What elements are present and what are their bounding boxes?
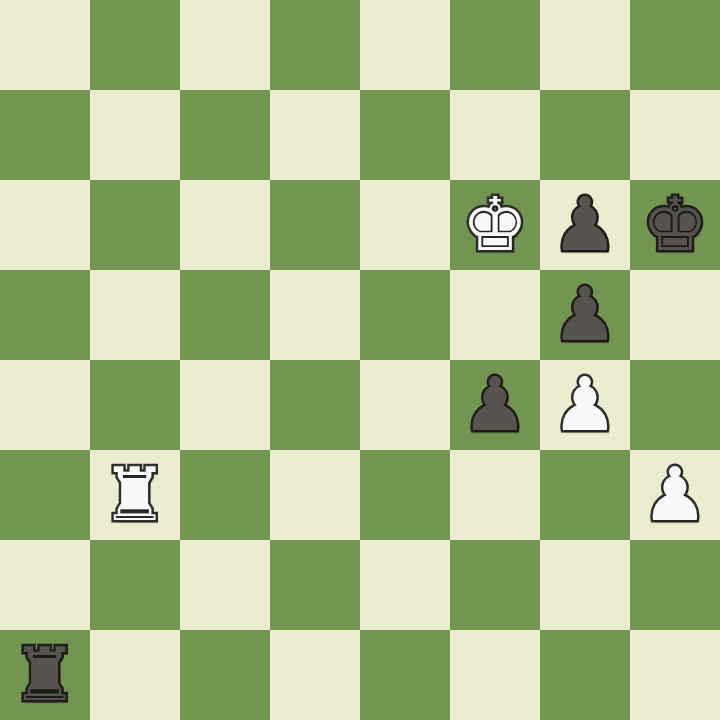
square-a1[interactable]: ♜ bbox=[0, 630, 90, 720]
square-c4[interactable] bbox=[180, 360, 270, 450]
square-a5[interactable] bbox=[0, 270, 90, 360]
square-g7[interactable] bbox=[540, 90, 630, 180]
square-h1[interactable] bbox=[630, 630, 720, 720]
square-h6[interactable]: ♚ bbox=[630, 180, 720, 270]
square-g2[interactable] bbox=[540, 540, 630, 630]
square-d3[interactable] bbox=[270, 450, 360, 540]
square-g3[interactable] bbox=[540, 450, 630, 540]
square-d5[interactable] bbox=[270, 270, 360, 360]
square-e2[interactable] bbox=[360, 540, 450, 630]
square-f1[interactable] bbox=[450, 630, 540, 720]
square-b3[interactable]: ♜ bbox=[90, 450, 180, 540]
square-e6[interactable] bbox=[360, 180, 450, 270]
square-b2[interactable] bbox=[90, 540, 180, 630]
square-c1[interactable] bbox=[180, 630, 270, 720]
square-a8[interactable] bbox=[0, 0, 90, 90]
square-f4[interactable]: ♟ bbox=[450, 360, 540, 450]
square-c6[interactable] bbox=[180, 180, 270, 270]
square-d8[interactable] bbox=[270, 0, 360, 90]
square-f6[interactable]: ♚ bbox=[450, 180, 540, 270]
square-c7[interactable] bbox=[180, 90, 270, 180]
square-d4[interactable] bbox=[270, 360, 360, 450]
square-d6[interactable] bbox=[270, 180, 360, 270]
square-e5[interactable] bbox=[360, 270, 450, 360]
square-a2[interactable] bbox=[0, 540, 90, 630]
square-b4[interactable] bbox=[90, 360, 180, 450]
square-f2[interactable] bbox=[450, 540, 540, 630]
square-f7[interactable] bbox=[450, 90, 540, 180]
square-c3[interactable] bbox=[180, 450, 270, 540]
square-c2[interactable] bbox=[180, 540, 270, 630]
square-b1[interactable] bbox=[90, 630, 180, 720]
square-h3[interactable]: ♟ bbox=[630, 450, 720, 540]
black-king-piece[interactable]: ♚ bbox=[630, 180, 720, 270]
square-d7[interactable] bbox=[270, 90, 360, 180]
square-d2[interactable] bbox=[270, 540, 360, 630]
square-f3[interactable] bbox=[450, 450, 540, 540]
square-b5[interactable] bbox=[90, 270, 180, 360]
square-a7[interactable] bbox=[0, 90, 90, 180]
square-g8[interactable] bbox=[540, 0, 630, 90]
square-h4[interactable] bbox=[630, 360, 720, 450]
black-pawn-piece[interactable]: ♟ bbox=[450, 360, 540, 450]
square-e3[interactable] bbox=[360, 450, 450, 540]
square-h2[interactable] bbox=[630, 540, 720, 630]
square-a3[interactable] bbox=[0, 450, 90, 540]
square-b8[interactable] bbox=[90, 0, 180, 90]
square-h5[interactable] bbox=[630, 270, 720, 360]
square-e4[interactable] bbox=[360, 360, 450, 450]
square-d1[interactable] bbox=[270, 630, 360, 720]
square-b6[interactable] bbox=[90, 180, 180, 270]
square-b7[interactable] bbox=[90, 90, 180, 180]
square-c8[interactable] bbox=[180, 0, 270, 90]
square-f8[interactable] bbox=[450, 0, 540, 90]
black-pawn-piece[interactable]: ♟ bbox=[540, 270, 630, 360]
black-pawn-piece[interactable]: ♟ bbox=[540, 180, 630, 270]
chess-board: ♚♟♚♟♟♟♜♟♜ bbox=[0, 0, 720, 720]
square-e1[interactable] bbox=[360, 630, 450, 720]
white-king-piece[interactable]: ♚ bbox=[450, 180, 540, 270]
square-e8[interactable] bbox=[360, 0, 450, 90]
square-g4[interactable]: ♟ bbox=[540, 360, 630, 450]
square-g6[interactable]: ♟ bbox=[540, 180, 630, 270]
black-rook-piece[interactable]: ♜ bbox=[0, 630, 90, 720]
white-pawn-piece[interactable]: ♟ bbox=[540, 360, 630, 450]
white-pawn-piece[interactable]: ♟ bbox=[630, 450, 720, 540]
square-c5[interactable] bbox=[180, 270, 270, 360]
white-rook-piece[interactable]: ♜ bbox=[90, 450, 180, 540]
square-a4[interactable] bbox=[0, 360, 90, 450]
square-a6[interactable] bbox=[0, 180, 90, 270]
square-e7[interactable] bbox=[360, 90, 450, 180]
square-f5[interactable] bbox=[450, 270, 540, 360]
square-g1[interactable] bbox=[540, 630, 630, 720]
square-h8[interactable] bbox=[630, 0, 720, 90]
square-g5[interactable]: ♟ bbox=[540, 270, 630, 360]
square-h7[interactable] bbox=[630, 90, 720, 180]
